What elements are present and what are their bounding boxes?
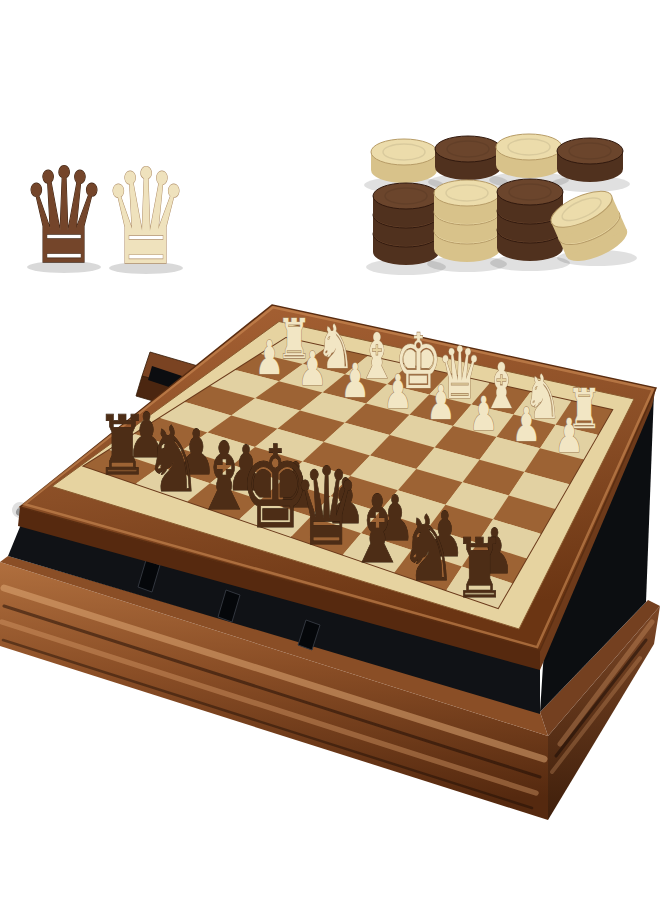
piece-white-pawn-c2[interactable]: ♟ bbox=[469, 387, 498, 441]
checker-stack-dark[interactable] bbox=[557, 138, 623, 182]
display-dark-queen[interactable]: ♛ bbox=[20, 139, 108, 292]
piece-white-pawn-h2[interactable]: ♟ bbox=[255, 331, 284, 385]
product-photo-chess-set: ♜♞♝♚♛♝♞♜♟♟♟♟♟♟♟♟♟♟♟♟♟♟♟♟♜♞♝♚♛♝♞♜ ♛♛ bbox=[0, 0, 660, 900]
checker-disc[interactable] bbox=[496, 134, 562, 160]
piece-white-pawn-b2[interactable]: ♟ bbox=[512, 398, 541, 452]
checker-disc[interactable] bbox=[373, 183, 439, 209]
checker-disc[interactable] bbox=[557, 138, 623, 164]
checker-stack-light[interactable] bbox=[496, 134, 562, 178]
piece-white-pawn-g2[interactable]: ♟ bbox=[298, 343, 327, 397]
piece-black-bishop-c8[interactable]: ♝ bbox=[348, 475, 407, 584]
display-light-queen[interactable]: ♛ bbox=[102, 140, 190, 293]
checker-stack-dark[interactable] bbox=[373, 183, 439, 265]
scene: ♜♞♝♚♛♝♞♜♟♟♟♟♟♟♟♟♟♟♟♟♟♟♟♟♜♞♝♚♛♝♞♜ ♛♛ bbox=[0, 0, 660, 900]
checker-stack-light[interactable] bbox=[434, 180, 500, 262]
piece-black-knight-g8[interactable]: ♞ bbox=[145, 407, 202, 512]
checker-disc[interactable] bbox=[371, 139, 437, 165]
checker-stack-dark[interactable] bbox=[435, 136, 501, 180]
checkers-group bbox=[364, 134, 637, 275]
checker-disc[interactable] bbox=[434, 180, 500, 206]
checker-disc[interactable] bbox=[435, 136, 501, 162]
piece-white-pawn-d2[interactable]: ♟ bbox=[426, 376, 455, 430]
piece-white-pawn-a2[interactable]: ♟ bbox=[555, 409, 584, 463]
piece-white-pawn-f2[interactable]: ♟ bbox=[341, 354, 370, 408]
checker-stack-light[interactable] bbox=[371, 139, 437, 183]
piece-black-rook-h8[interactable]: ♜ bbox=[96, 397, 148, 493]
piece-black-rook-a8[interactable]: ♜ bbox=[454, 521, 506, 617]
checker-disc[interactable] bbox=[497, 179, 563, 205]
piece-black-knight-b8[interactable]: ♞ bbox=[400, 495, 457, 600]
display-queens: ♛♛ bbox=[20, 139, 190, 293]
piece-white-pawn-e2[interactable]: ♟ bbox=[383, 365, 412, 419]
